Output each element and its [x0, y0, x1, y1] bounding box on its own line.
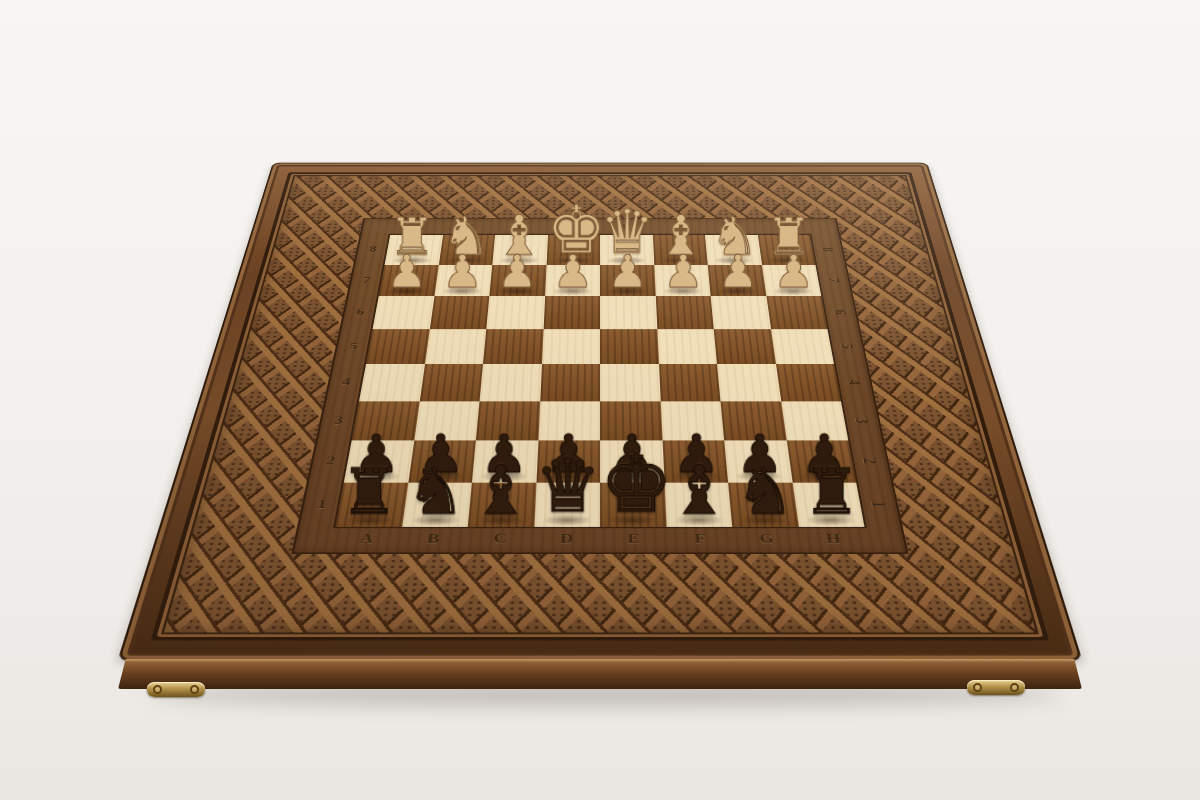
piece-shadow	[717, 287, 759, 295]
piece-shadow	[607, 256, 648, 264]
studio-scene: 8877665544332211AABBCCDDEEFFGGHH ♜♞♝♚♛♝♞…	[0, 0, 1200, 800]
piece-shadow	[607, 287, 649, 295]
rank-label-6-right: 6	[830, 305, 850, 320]
black-rook-h1[interactable]: ♜	[798, 461, 864, 524]
black-knight-g1[interactable]: ♞	[732, 458, 798, 523]
file-label-c-top: C	[510, 223, 534, 232]
rank-label-8-right: 8	[818, 243, 837, 256]
brass-clasp-right[interactable]	[967, 680, 1025, 695]
black-bishop-f1[interactable]: ♝	[666, 456, 732, 524]
rank-label-5-right: 5	[836, 339, 857, 355]
file-label-e-top: E	[614, 223, 637, 232]
file-label-a-top: A	[405, 223, 430, 232]
perspective-wrapper: 8877665544332211AABBCCDDEEFFGGHH ♜♞♝♚♛♝♞…	[210, 0, 990, 754]
file-label-d-top: D	[562, 223, 585, 232]
piece-shadow	[767, 256, 809, 264]
black-knight-b1[interactable]: ♞	[402, 458, 468, 523]
piece-shadow	[772, 287, 815, 295]
black-rook-a1[interactable]: ♜	[336, 461, 402, 524]
file-label-h-top: H	[770, 223, 795, 232]
black-queen-d1[interactable]: ♛	[534, 449, 600, 523]
black-bishop-c1[interactable]: ♝	[468, 456, 534, 524]
rank-label-6-left: 6	[347, 307, 374, 317]
piece-shadow	[445, 256, 486, 264]
rank-label-8-left: 8	[360, 245, 385, 254]
piece-shadow	[553, 256, 594, 264]
brass-clasp-left[interactable]	[147, 682, 205, 697]
file-label-b-top: B	[458, 223, 482, 232]
file-label-f-top: F	[666, 223, 690, 232]
pieces-layer: ♜♞♝♚♛♝♞♜♟♟♟♟♟♟♟♟♟♟♟♟♟♟♟♟♜♞♝♛♚♝♞♜	[117, 163, 1082, 662]
piece-shadow	[499, 256, 540, 264]
rank-label-7-right: 7	[823, 273, 843, 287]
piece-shadow	[662, 287, 704, 295]
case-front-edge	[118, 659, 1082, 689]
rank-label-7-left: 7	[354, 275, 380, 285]
piece-shadow	[552, 287, 594, 295]
piece-shadow	[660, 256, 701, 264]
file-label-g-top: G	[718, 223, 742, 232]
black-king-e1[interactable]: ♚	[600, 442, 666, 523]
rank-label-5-left: 5	[340, 341, 368, 352]
piece-shadow	[391, 256, 433, 264]
chess-board: 8877665544332211AABBCCDDEEFFGGHH ♜♞♝♚♛♝♞…	[117, 163, 1082, 662]
piece-shadow	[714, 256, 755, 264]
